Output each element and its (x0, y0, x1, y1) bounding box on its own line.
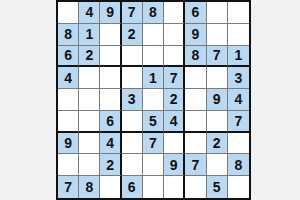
cell-r7c4[interactable] (122, 133, 143, 155)
cell-r2c9[interactable] (228, 24, 249, 46)
cell-r6c2[interactable] (79, 111, 100, 133)
cell-r3c3[interactable] (100, 46, 121, 68)
cell-r8c5[interactable] (143, 154, 164, 176)
sudoku-page: 49786812962871417332946547947229787865 (0, 0, 300, 200)
cell-r9c4[interactable]: 6 (122, 176, 143, 198)
cell-r4c7[interactable] (185, 67, 206, 89)
cell-r6c4[interactable] (122, 111, 143, 133)
cell-r9c2[interactable]: 8 (79, 176, 100, 198)
cell-r6c1[interactable] (58, 111, 79, 133)
cell-r2c1[interactable]: 8 (58, 24, 79, 46)
cell-r6c5[interactable]: 5 (143, 111, 164, 133)
cell-r8c9[interactable]: 8 (228, 154, 249, 176)
cell-r8c3[interactable]: 2 (100, 154, 121, 176)
cell-r9c1[interactable]: 7 (58, 176, 79, 198)
cell-r9c5[interactable] (143, 176, 164, 198)
cell-r3c1[interactable]: 6 (58, 46, 79, 68)
cell-r2c8[interactable] (207, 24, 228, 46)
cell-r9c6[interactable] (164, 176, 185, 198)
cell-r8c1[interactable] (58, 154, 79, 176)
cell-r6c8[interactable] (207, 111, 228, 133)
cell-r2c4[interactable]: 2 (122, 24, 143, 46)
cell-r7c3[interactable]: 4 (100, 133, 121, 155)
cell-r1c4[interactable]: 7 (122, 2, 143, 24)
cell-r7c6[interactable] (164, 133, 185, 155)
cell-r1c6[interactable] (164, 2, 185, 24)
cell-r2c2[interactable]: 1 (79, 24, 100, 46)
cell-r4c5[interactable]: 1 (143, 67, 164, 89)
cell-r7c2[interactable] (79, 133, 100, 155)
cell-r8c6[interactable]: 9 (164, 154, 185, 176)
cell-r9c7[interactable] (185, 176, 206, 198)
cell-r2c6[interactable] (164, 24, 185, 46)
cell-r4c9[interactable]: 3 (228, 67, 249, 89)
cell-r7c9[interactable] (228, 133, 249, 155)
cell-r4c1[interactable]: 4 (58, 67, 79, 89)
cell-r6c6[interactable]: 4 (164, 111, 185, 133)
cell-r9c3[interactable] (100, 176, 121, 198)
cell-r1c8[interactable] (207, 2, 228, 24)
cell-r8c2[interactable] (79, 154, 100, 176)
cell-r3c8[interactable]: 7 (207, 46, 228, 68)
cell-r4c8[interactable] (207, 67, 228, 89)
cell-r1c9[interactable] (228, 2, 249, 24)
cell-r9c9[interactable] (228, 176, 249, 198)
cell-r7c8[interactable]: 2 (207, 133, 228, 155)
cell-r3c4[interactable] (122, 46, 143, 68)
cell-r5c7[interactable] (185, 89, 206, 111)
cell-r5c8[interactable]: 9 (207, 89, 228, 111)
cell-r2c5[interactable] (143, 24, 164, 46)
cell-r4c3[interactable] (100, 67, 121, 89)
cell-r3c7[interactable]: 8 (185, 46, 206, 68)
cell-r1c2[interactable]: 4 (79, 2, 100, 24)
cell-r8c4[interactable] (122, 154, 143, 176)
cell-r1c3[interactable]: 9 (100, 2, 121, 24)
cell-r6c3[interactable]: 6 (100, 111, 121, 133)
cell-r3c2[interactable]: 2 (79, 46, 100, 68)
cell-r4c6[interactable]: 7 (164, 67, 185, 89)
cell-r5c4[interactable]: 3 (122, 89, 143, 111)
cell-r3c9[interactable]: 1 (228, 46, 249, 68)
cell-r5c1[interactable] (58, 89, 79, 111)
cell-r3c6[interactable] (164, 46, 185, 68)
cell-r6c7[interactable] (185, 111, 206, 133)
cell-r5c9[interactable]: 4 (228, 89, 249, 111)
cell-r9c8[interactable]: 5 (207, 176, 228, 198)
cell-r2c7[interactable]: 9 (185, 24, 206, 46)
cell-r2c3[interactable] (100, 24, 121, 46)
cell-r7c5[interactable]: 7 (143, 133, 164, 155)
cell-r5c5[interactable] (143, 89, 164, 111)
cell-r7c7[interactable] (185, 133, 206, 155)
cell-r6c9[interactable]: 7 (228, 111, 249, 133)
sudoku-board: 49786812962871417332946547947229787865 (56, 0, 251, 200)
cell-r5c6[interactable]: 2 (164, 89, 185, 111)
cell-r5c3[interactable] (100, 89, 121, 111)
cell-r1c7[interactable]: 6 (185, 2, 206, 24)
cell-r1c1[interactable] (58, 2, 79, 24)
cell-r8c8[interactable] (207, 154, 228, 176)
cell-r3c5[interactable] (143, 46, 164, 68)
cell-r8c7[interactable]: 7 (185, 154, 206, 176)
cell-r4c4[interactable] (122, 67, 143, 89)
cell-r1c5[interactable]: 8 (143, 2, 164, 24)
cell-r7c1[interactable]: 9 (58, 133, 79, 155)
cell-r4c2[interactable] (79, 67, 100, 89)
cell-r5c2[interactable] (79, 89, 100, 111)
